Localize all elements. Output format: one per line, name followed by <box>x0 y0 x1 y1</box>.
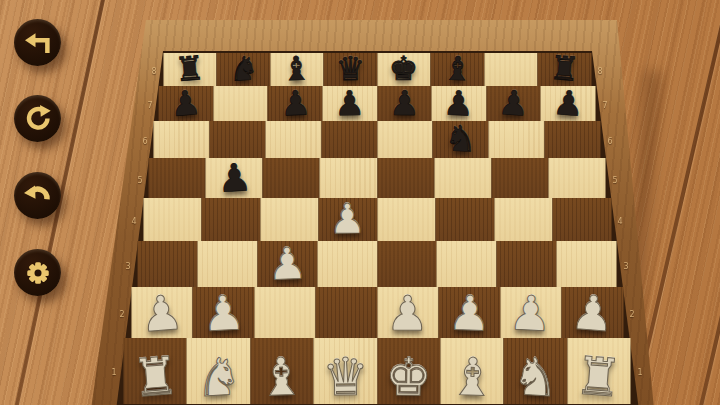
square-g5[interactable] <box>491 158 548 198</box>
square-b7[interactable] <box>213 86 268 121</box>
square-g6[interactable] <box>489 121 545 158</box>
square-h7[interactable]: ♟ <box>541 86 596 121</box>
piece-black-rook[interactable]: ♜ <box>174 51 206 86</box>
square-c5[interactable] <box>263 158 320 198</box>
piece-black-rook[interactable]: ♜ <box>548 51 580 86</box>
square-g4[interactable] <box>494 198 553 241</box>
square-g3[interactable] <box>497 241 557 287</box>
square-e2[interactable]: ♟ <box>377 287 439 338</box>
piece-white-bishop[interactable]: ♝ <box>448 350 496 404</box>
piece-black-pawn[interactable]: ♟ <box>216 158 252 198</box>
piece-white-pawn[interactable]: ♟ <box>447 288 492 337</box>
piece-black-pawn[interactable]: ♟ <box>552 85 585 121</box>
back-button[interactable] <box>14 19 61 66</box>
piece-white-pawn[interactable]: ♟ <box>138 287 185 338</box>
square-e3[interactable] <box>377 241 437 287</box>
square-b8[interactable]: ♞ <box>217 53 271 86</box>
board-rank-7: ♟♟♟♟♟♟♟ <box>159 86 596 121</box>
return-arrow-icon <box>23 28 53 58</box>
square-f1[interactable]: ♝ <box>440 338 503 404</box>
piece-white-rook[interactable]: ♜ <box>574 349 625 404</box>
square-f5[interactable] <box>434 158 491 198</box>
square-b5[interactable]: ♟ <box>206 158 263 198</box>
square-c2[interactable] <box>254 287 316 338</box>
piece-white-pawn[interactable]: ♟ <box>200 288 246 338</box>
piece-black-king[interactable]: ♚ <box>389 52 419 85</box>
square-c4[interactable] <box>260 198 319 241</box>
piece-black-bishop[interactable]: ♝ <box>442 51 473 85</box>
square-b3[interactable] <box>197 241 257 287</box>
square-a7[interactable]: ♟ <box>159 86 214 121</box>
square-e8[interactable]: ♚ <box>377 53 431 86</box>
square-g2[interactable]: ♟ <box>500 287 562 338</box>
piece-black-queen[interactable]: ♛ <box>335 52 365 85</box>
square-h4[interactable] <box>553 198 612 241</box>
square-d4[interactable]: ♟ <box>319 198 378 241</box>
square-c6[interactable] <box>265 121 321 158</box>
square-g7[interactable]: ♟ <box>486 86 541 121</box>
square-f3[interactable] <box>437 241 497 287</box>
square-f6[interactable]: ♞ <box>433 121 489 158</box>
board-rank-5: ♟ <box>149 158 606 198</box>
square-e1[interactable]: ♚ <box>377 338 440 404</box>
square-h1[interactable]: ♜ <box>567 338 630 404</box>
square-d6[interactable] <box>321 121 377 158</box>
square-b4[interactable] <box>202 198 261 241</box>
piece-white-knight[interactable]: ♞ <box>511 350 561 405</box>
square-f8[interactable]: ♝ <box>431 53 485 86</box>
square-e5[interactable] <box>377 158 434 198</box>
square-h2[interactable]: ♟ <box>562 287 624 338</box>
restart-button[interactable] <box>14 95 61 142</box>
piece-black-knight[interactable]: ♞ <box>228 51 259 86</box>
square-h8[interactable]: ♜ <box>538 53 592 86</box>
undo-arrow-icon <box>23 181 53 211</box>
square-a6[interactable] <box>154 121 210 158</box>
square-a2[interactable]: ♟ <box>131 287 193 338</box>
piece-white-pawn[interactable]: ♟ <box>569 287 616 338</box>
board-rank-6: ♞ <box>154 121 601 158</box>
board-rank-3: ♟ <box>138 241 617 287</box>
square-d2[interactable] <box>316 287 378 338</box>
square-f4[interactable] <box>436 198 495 241</box>
piece-white-king[interactable]: ♚ <box>385 351 432 404</box>
piece-black-knight[interactable]: ♞ <box>444 120 478 157</box>
settings-button[interactable] <box>14 249 61 296</box>
board-rank-8: ♜♞♝♛♚♝♜ <box>163 53 591 86</box>
square-g8[interactable] <box>484 53 538 86</box>
square-a8[interactable]: ♜ <box>163 53 217 86</box>
piece-white-queen[interactable]: ♛ <box>322 351 369 404</box>
square-g1[interactable]: ♞ <box>504 338 567 404</box>
board-rank-2: ♟♟♟♟♟♟ <box>131 287 623 338</box>
square-a5[interactable] <box>149 158 206 198</box>
piece-white-pawn[interactable]: ♟ <box>329 199 366 240</box>
square-a4[interactable] <box>143 198 202 241</box>
board-rank-1: ♜♞♝♛♚♝♞♜ <box>124 338 631 404</box>
square-e4[interactable] <box>377 198 436 241</box>
piece-black-bishop[interactable]: ♝ <box>281 51 312 85</box>
piece-white-rook[interactable]: ♜ <box>130 349 181 404</box>
piece-black-pawn[interactable]: ♟ <box>169 85 202 121</box>
square-f7[interactable]: ♟ <box>432 86 487 121</box>
square-a3[interactable] <box>138 241 198 287</box>
square-d8[interactable]: ♛ <box>324 53 378 86</box>
board-rank-4: ♟ <box>143 198 611 241</box>
square-d7[interactable]: ♟ <box>322 86 377 121</box>
square-h3[interactable] <box>557 241 617 287</box>
undo-move-button[interactable] <box>14 172 61 219</box>
gear-icon <box>23 258 53 288</box>
square-b2[interactable]: ♟ <box>193 287 255 338</box>
square-h5[interactable] <box>548 158 605 198</box>
square-e6[interactable] <box>377 121 433 158</box>
square-b1[interactable]: ♞ <box>187 338 250 404</box>
square-f2[interactable]: ♟ <box>439 287 501 338</box>
piece-white-knight[interactable]: ♞ <box>194 350 244 405</box>
square-a1[interactable]: ♜ <box>124 338 187 404</box>
piece-white-pawn[interactable]: ♟ <box>508 288 554 338</box>
square-b6[interactable] <box>209 121 265 158</box>
square-d1[interactable]: ♛ <box>314 338 377 404</box>
square-c8[interactable]: ♝ <box>270 53 324 86</box>
square-d3[interactable] <box>317 241 377 287</box>
square-h6[interactable] <box>545 121 601 158</box>
square-e7[interactable]: ♟ <box>377 86 432 121</box>
piece-white-pawn[interactable]: ♟ <box>386 289 430 338</box>
square-d5[interactable] <box>320 158 377 198</box>
piece-black-pawn[interactable]: ♟ <box>389 86 420 120</box>
redo-circular-arrow-icon <box>23 104 53 134</box>
piece-black-pawn[interactable]: ♟ <box>279 85 311 120</box>
square-c3[interactable]: ♟ <box>257 241 317 287</box>
piece-white-pawn[interactable]: ♟ <box>267 241 308 286</box>
piece-black-pawn[interactable]: ♟ <box>497 85 529 121</box>
piece-black-pawn[interactable]: ♟ <box>443 85 475 120</box>
chess-board[interactable]: ♜♞♝♛♚♝♜♟♟♟♟♟♟♟♞♟♟♟♟♟♟♟♟♟♜♞♝♛♚♝♞♜ <box>124 53 631 404</box>
piece-black-pawn[interactable]: ♟ <box>334 86 365 120</box>
chess-app-scene: ♜♞♝♛♚♝♜♟♟♟♟♟♟♟♞♟♟♟♟♟♟♟♟♟♜♞♝♛♚♝♞♜ 8877665… <box>0 0 720 405</box>
square-c7[interactable]: ♟ <box>268 86 323 121</box>
square-c1[interactable]: ♝ <box>250 338 313 404</box>
piece-white-bishop[interactable]: ♝ <box>258 350 306 404</box>
